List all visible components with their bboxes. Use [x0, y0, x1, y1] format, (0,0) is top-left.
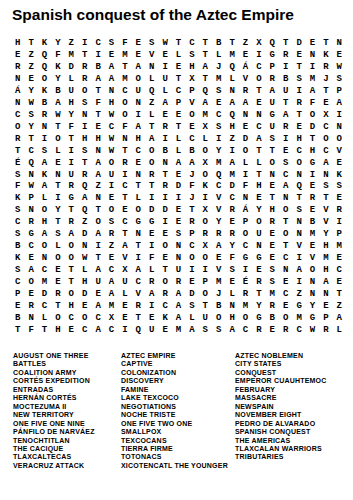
grid-cell[interactable]: H [105, 98, 118, 110]
grid-cell[interactable]: E [172, 110, 185, 122]
grid-cell[interactable]: O [65, 288, 78, 300]
grid-cell[interactable]: C [11, 110, 24, 122]
grid-cell[interactable]: S [266, 264, 279, 276]
grid-cell[interactable]: S [212, 121, 225, 133]
grid-cell[interactable]: R [38, 110, 51, 122]
grid-cell[interactable]: H [51, 324, 64, 336]
grid-cell[interactable]: S [78, 98, 91, 110]
grid-cell[interactable]: C [239, 241, 252, 253]
grid-cell[interactable]: C [212, 181, 225, 193]
grid-cell[interactable]: E [24, 74, 37, 86]
grid-cell[interactable]: C [158, 300, 171, 312]
grid-cell[interactable]: T [279, 241, 292, 253]
grid-cell[interactable]: T [132, 241, 145, 253]
grid-cell[interactable]: R [105, 229, 118, 241]
grid-cell[interactable]: J [212, 62, 225, 74]
grid-cell[interactable]: V [212, 205, 225, 217]
grid-cell[interactable]: N [132, 169, 145, 181]
grid-cell[interactable]: C [279, 288, 292, 300]
grid-cell[interactable]: N [279, 264, 292, 276]
grid-cell[interactable]: H [38, 217, 51, 229]
grid-cell[interactable]: S [199, 324, 212, 336]
grid-cell[interactable]: V [118, 253, 131, 265]
grid-cell[interactable]: X [199, 241, 212, 253]
grid-cell[interactable]: S [225, 264, 238, 276]
grid-cell[interactable]: T [51, 121, 64, 133]
grid-cell[interactable]: M [333, 241, 346, 253]
grid-cell[interactable]: R [11, 62, 24, 74]
grid-cell[interactable]: R [78, 62, 91, 74]
grid-cell[interactable]: Y [51, 74, 64, 86]
grid-cell[interactable]: C [11, 276, 24, 288]
grid-cell[interactable]: I [51, 193, 64, 205]
grid-cell[interactable]: S [105, 217, 118, 229]
grid-cell[interactable]: L [225, 288, 238, 300]
grid-cell[interactable]: N [306, 50, 319, 62]
grid-cell[interactable]: F [239, 181, 252, 193]
grid-cell[interactable]: E [333, 253, 346, 265]
grid-cell[interactable]: E [91, 121, 104, 133]
grid-cell[interactable]: I [158, 217, 171, 229]
grid-cell[interactable]: A [145, 133, 158, 145]
grid-cell[interactable]: N [239, 110, 252, 122]
grid-cell[interactable]: Y [24, 86, 37, 98]
grid-cell[interactable]: N [306, 276, 319, 288]
grid-cell[interactable]: N [292, 217, 305, 229]
grid-cell[interactable]: E [252, 264, 265, 276]
grid-cell[interactable]: U [118, 276, 131, 288]
grid-cell[interactable]: M [199, 110, 212, 122]
grid-cell[interactable]: S [319, 181, 332, 193]
grid-cell[interactable]: E [145, 229, 158, 241]
grid-cell[interactable]: L [185, 312, 198, 324]
grid-cell[interactable]: I [145, 193, 158, 205]
grid-cell[interactable]: C [105, 324, 118, 336]
grid-cell[interactable]: S [333, 74, 346, 86]
grid-cell[interactable]: I [158, 62, 171, 74]
grid-cell[interactable]: Q [212, 169, 225, 181]
grid-cell[interactable]: S [185, 300, 198, 312]
grid-cell[interactable]: M [212, 74, 225, 86]
grid-cell[interactable]: I [306, 169, 319, 181]
grid-cell[interactable]: T [319, 38, 332, 50]
grid-cell[interactable]: Q [199, 86, 212, 98]
grid-cell[interactable]: I [158, 133, 171, 145]
grid-cell[interactable]: Y [225, 241, 238, 253]
grid-cell[interactable]: F [118, 121, 131, 133]
grid-cell[interactable]: C [105, 264, 118, 276]
grid-cell[interactable]: A [78, 193, 91, 205]
grid-cell[interactable]: D [145, 205, 158, 217]
grid-cell[interactable]: Q [78, 205, 91, 217]
grid-cell[interactable]: N [292, 229, 305, 241]
grid-cell[interactable]: O [252, 74, 265, 86]
grid-cell[interactable]: C [185, 38, 198, 50]
grid-cell[interactable]: C [239, 324, 252, 336]
grid-cell[interactable]: S [145, 38, 158, 50]
grid-cell[interactable]: E [306, 205, 319, 217]
grid-cell[interactable]: E [105, 193, 118, 205]
grid-cell[interactable]: T [91, 205, 104, 217]
grid-cell[interactable]: J [185, 193, 198, 205]
grid-cell[interactable]: T [306, 133, 319, 145]
grid-cell[interactable]: L [145, 110, 158, 122]
grid-cell[interactable]: O [199, 169, 212, 181]
grid-cell[interactable]: A [199, 62, 212, 74]
grid-cell[interactable]: Z [65, 38, 78, 50]
grid-cell[interactable]: X [319, 110, 332, 122]
grid-cell[interactable]: F [306, 98, 319, 110]
grid-cell[interactable]: I [78, 38, 91, 50]
grid-cell[interactable]: N [252, 110, 265, 122]
grid-cell[interactable]: A [91, 324, 104, 336]
grid-cell[interactable]: R [78, 169, 91, 181]
grid-cell[interactable]: S [38, 145, 51, 157]
grid-cell[interactable]: A [91, 229, 104, 241]
grid-cell[interactable]: I [212, 133, 225, 145]
grid-cell[interactable]: Y [51, 205, 64, 217]
grid-cell[interactable]: C [65, 312, 78, 324]
grid-cell[interactable]: L [199, 133, 212, 145]
grid-cell[interactable]: Q [38, 50, 51, 62]
grid-cell[interactable]: N [172, 253, 185, 265]
grid-cell[interactable]: S [11, 264, 24, 276]
grid-cell[interactable]: W [158, 38, 171, 50]
grid-cell[interactable]: R [266, 300, 279, 312]
grid-cell[interactable]: A [225, 98, 238, 110]
grid-cell[interactable]: C [78, 324, 91, 336]
grid-cell[interactable]: T [51, 181, 64, 193]
grid-cell[interactable]: A [279, 181, 292, 193]
grid-cell[interactable]: C [132, 276, 145, 288]
grid-cell[interactable]: R [65, 217, 78, 229]
grid-cell[interactable]: S [292, 74, 305, 86]
grid-cell[interactable]: U [91, 276, 104, 288]
grid-cell[interactable]: F [24, 324, 37, 336]
grid-cell[interactable]: I [292, 86, 305, 98]
grid-cell[interactable]: F [51, 50, 64, 62]
grid-cell[interactable]: V [132, 288, 145, 300]
grid-cell[interactable]: A [279, 110, 292, 122]
grid-cell[interactable]: B [212, 300, 225, 312]
grid-cell[interactable]: L [172, 50, 185, 62]
grid-cell[interactable]: I [306, 62, 319, 74]
grid-cell[interactable]: T [24, 38, 37, 50]
grid-cell[interactable]: D [78, 288, 91, 300]
grid-cell[interactable]: S [11, 169, 24, 181]
grid-cell[interactable]: I [292, 276, 305, 288]
grid-cell[interactable]: C [225, 193, 238, 205]
grid-cell[interactable]: K [51, 62, 64, 74]
grid-cell[interactable]: T [199, 74, 212, 86]
grid-cell[interactable]: S [266, 133, 279, 145]
grid-cell[interactable]: A [172, 312, 185, 324]
grid-cell[interactable]: T [118, 62, 131, 74]
grid-cell[interactable]: T [78, 157, 91, 169]
grid-cell[interactable]: N [11, 74, 24, 86]
grid-cell[interactable]: B [11, 241, 24, 253]
grid-cell[interactable]: S [279, 157, 292, 169]
grid-cell[interactable]: Z [105, 241, 118, 253]
grid-cell[interactable]: R [212, 229, 225, 241]
grid-cell[interactable]: V [292, 241, 305, 253]
grid-cell[interactable]: Á [239, 205, 252, 217]
grid-cell[interactable]: W [306, 324, 319, 336]
grid-cell[interactable]: T [319, 193, 332, 205]
grid-cell[interactable]: P [319, 312, 332, 324]
grid-cell[interactable]: E [333, 157, 346, 169]
grid-cell[interactable]: Y [51, 38, 64, 50]
grid-cell[interactable]: P [172, 98, 185, 110]
grid-cell[interactable]: T [279, 38, 292, 50]
grid-cell[interactable]: W [24, 98, 37, 110]
grid-cell[interactable]: N [319, 288, 332, 300]
grid-cell[interactable]: I [279, 133, 292, 145]
grid-cell[interactable]: E [158, 229, 171, 241]
grid-cell[interactable]: N [333, 121, 346, 133]
grid-cell[interactable]: C [132, 145, 145, 157]
grid-cell[interactable]: T [252, 288, 265, 300]
grid-cell[interactable]: E [11, 300, 24, 312]
grid-cell[interactable]: I [279, 62, 292, 74]
grid-cell[interactable]: O [105, 157, 118, 169]
grid-cell[interactable]: P [185, 229, 198, 241]
grid-cell[interactable]: I [292, 253, 305, 265]
grid-cell[interactable]: O [78, 86, 91, 98]
grid-cell[interactable]: T [65, 264, 78, 276]
grid-cell[interactable]: L [38, 193, 51, 205]
grid-cell[interactable]: O [145, 145, 158, 157]
grid-cell[interactable]: A [185, 324, 198, 336]
grid-cell[interactable]: E [132, 38, 145, 50]
grid-cell[interactable]: E [118, 205, 131, 217]
grid-cell[interactable]: Q [145, 86, 158, 98]
grid-cell[interactable]: I [333, 110, 346, 122]
grid-cell[interactable]: E [24, 253, 37, 265]
grid-cell[interactable]: S [185, 50, 198, 62]
grid-cell[interactable]: R [266, 74, 279, 86]
grid-cell[interactable]: Q [292, 181, 305, 193]
grid-cell[interactable]: F [145, 253, 158, 265]
grid-cell[interactable]: W [78, 253, 91, 265]
grid-cell[interactable]: I [252, 50, 265, 62]
grid-cell[interactable]: E [266, 253, 279, 265]
grid-cell[interactable]: A [91, 169, 104, 181]
grid-cell[interactable]: Z [24, 62, 37, 74]
grid-cell[interactable]: T [51, 217, 64, 229]
grid-cell[interactable]: E [78, 300, 91, 312]
grid-cell[interactable]: I [145, 241, 158, 253]
grid-cell[interactable]: R [185, 217, 198, 229]
grid-cell[interactable]: N [11, 98, 24, 110]
grid-cell[interactable]: C [279, 253, 292, 265]
grid-cell[interactable]: V [319, 205, 332, 217]
grid-cell[interactable]: N [78, 110, 91, 122]
grid-cell[interactable]: P [333, 229, 346, 241]
grid-cell[interactable]: C [252, 62, 265, 74]
grid-cell[interactable]: N [292, 169, 305, 181]
grid-cell[interactable]: E [145, 312, 158, 324]
grid-cell[interactable]: N [24, 169, 37, 181]
grid-cell[interactable]: K [11, 193, 24, 205]
grid-cell[interactable]: Z [78, 217, 91, 229]
grid-cell[interactable]: E [292, 121, 305, 133]
grid-cell[interactable]: R [118, 157, 131, 169]
grid-cell[interactable]: T [172, 74, 185, 86]
grid-cell[interactable]: N [24, 312, 37, 324]
grid-cell[interactable]: Á [11, 86, 24, 98]
grid-cell[interactable]: N [239, 193, 252, 205]
grid-cell[interactable]: N [105, 86, 118, 98]
grid-cell[interactable]: R [279, 324, 292, 336]
grid-cell[interactable]: U [266, 121, 279, 133]
grid-cell[interactable]: I [172, 193, 185, 205]
grid-cell[interactable]: R [145, 276, 158, 288]
grid-cell[interactable]: W [333, 62, 346, 74]
grid-cell[interactable]: U [252, 229, 265, 241]
grid-cell[interactable]: A [225, 157, 238, 169]
grid-cell[interactable]: E [65, 324, 78, 336]
grid-cell[interactable]: J [185, 169, 198, 181]
grid-cell[interactable]: M [306, 74, 319, 86]
grid-cell[interactable]: T [292, 62, 305, 74]
grid-cell[interactable]: I [91, 241, 104, 253]
grid-cell[interactable]: U [266, 98, 279, 110]
grid-cell[interactable]: A [65, 229, 78, 241]
grid-cell[interactable]: A [333, 312, 346, 324]
grid-cell[interactable]: G [292, 300, 305, 312]
grid-cell[interactable]: M [212, 157, 225, 169]
grid-cell[interactable]: R [158, 181, 171, 193]
grid-cell[interactable]: L [78, 264, 91, 276]
grid-cell[interactable]: J [212, 288, 225, 300]
grid-cell[interactable]: H [225, 312, 238, 324]
grid-cell[interactable]: U [105, 169, 118, 181]
grid-cell[interactable]: B [158, 145, 171, 157]
grid-cell[interactable]: C [105, 121, 118, 133]
grid-cell[interactable]: Á [239, 62, 252, 74]
grid-cell[interactable]: V [239, 74, 252, 86]
grid-cell[interactable]: A [319, 276, 332, 288]
grid-cell[interactable]: A [91, 74, 104, 86]
grid-cell[interactable]: O [199, 253, 212, 265]
grid-cell[interactable]: T [292, 110, 305, 122]
grid-cell[interactable]: H [91, 133, 104, 145]
grid-cell[interactable]: T [91, 86, 104, 98]
grid-cell[interactable]: K [333, 169, 346, 181]
grid-cell[interactable]: N [132, 98, 145, 110]
grid-cell[interactable]: A [105, 276, 118, 288]
grid-cell[interactable]: H [225, 121, 238, 133]
grid-cell[interactable]: B [38, 98, 51, 110]
grid-cell[interactable]: Q [225, 110, 238, 122]
grid-cell[interactable]: B [306, 217, 319, 229]
grid-cell[interactable]: E [91, 288, 104, 300]
grid-cell[interactable]: T [172, 38, 185, 50]
grid-cell[interactable]: L [172, 133, 185, 145]
grid-cell[interactable]: E [212, 253, 225, 265]
grid-cell[interactable]: X [185, 74, 198, 86]
grid-cell[interactable]: N [145, 62, 158, 74]
grid-cell[interactable]: E [51, 264, 64, 276]
grid-cell[interactable]: T [118, 229, 131, 241]
grid-cell[interactable]: A [212, 241, 225, 253]
grid-cell[interactable]: E [333, 193, 346, 205]
grid-cell[interactable]: E [105, 50, 118, 62]
grid-cell[interactable]: F [185, 181, 198, 193]
grid-cell[interactable]: I [225, 145, 238, 157]
grid-cell[interactable]: T [91, 110, 104, 122]
grid-cell[interactable]: A [266, 86, 279, 98]
grid-cell[interactable]: C [38, 264, 51, 276]
grid-cell[interactable]: R [266, 217, 279, 229]
grid-cell[interactable]: I [239, 169, 252, 181]
grid-cell[interactable]: E [306, 38, 319, 50]
grid-cell[interactable]: O [158, 241, 171, 253]
grid-cell[interactable]: T [158, 264, 171, 276]
grid-cell[interactable]: B [185, 145, 198, 157]
grid-cell[interactable]: N [306, 288, 319, 300]
grid-cell[interactable]: E [266, 241, 279, 253]
grid-cell[interactable]: R [319, 62, 332, 74]
grid-cell[interactable]: I [199, 193, 212, 205]
grid-cell[interactable]: G [239, 253, 252, 265]
grid-cell[interactable]: A [172, 288, 185, 300]
grid-cell[interactable]: I [145, 300, 158, 312]
grid-cell[interactable]: O [239, 229, 252, 241]
grid-cell[interactable]: A [91, 300, 104, 312]
grid-cell[interactable]: I [91, 50, 104, 62]
grid-cell[interactable]: A [38, 157, 51, 169]
grid-cell[interactable]: E [172, 169, 185, 181]
grid-cell[interactable]: I [158, 193, 171, 205]
grid-cell[interactable]: V [212, 193, 225, 205]
grid-cell[interactable]: E [158, 253, 171, 265]
grid-cell[interactable]: C [118, 181, 131, 193]
grid-cell[interactable]: N [24, 205, 37, 217]
grid-cell[interactable]: H [266, 205, 279, 217]
grid-cell[interactable]: E [292, 50, 305, 62]
grid-cell[interactable]: O [118, 110, 131, 122]
grid-cell[interactable]: V [306, 253, 319, 265]
grid-cell[interactable]: E [225, 276, 238, 288]
grid-cell[interactable]: X [199, 205, 212, 217]
grid-cell[interactable]: T [279, 217, 292, 229]
grid-cell[interactable]: I [132, 253, 145, 265]
grid-cell[interactable]: H [132, 133, 145, 145]
grid-cell[interactable]: T [24, 133, 37, 145]
grid-cell[interactable]: G [65, 193, 78, 205]
grid-cell[interactable]: O [319, 133, 332, 145]
grid-cell[interactable]: O [145, 157, 158, 169]
grid-cell[interactable]: B [266, 312, 279, 324]
grid-cell[interactable]: E [172, 205, 185, 217]
grid-cell[interactable]: C [11, 217, 24, 229]
grid-cell[interactable]: A [239, 98, 252, 110]
grid-cell[interactable]: L [158, 86, 171, 98]
grid-cell[interactable]: Y [212, 217, 225, 229]
grid-cell[interactable]: T [91, 253, 104, 265]
grid-cell[interactable]: I [333, 217, 346, 229]
grid-cell[interactable]: S [212, 324, 225, 336]
grid-cell[interactable]: E [225, 217, 238, 229]
grid-cell[interactable]: E [105, 253, 118, 265]
grid-cell[interactable]: E [266, 229, 279, 241]
grid-cell[interactable]: G [145, 217, 158, 229]
grid-cell[interactable]: M [212, 276, 225, 288]
grid-cell[interactable]: T [252, 86, 265, 98]
grid-cell[interactable]: N [172, 241, 185, 253]
